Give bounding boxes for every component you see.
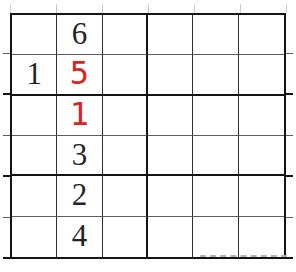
background-gridline-stub — [3, 217, 10, 218]
cell-r1c5[interactable] — [193, 15, 238, 55]
cell-r4c1[interactable] — [12, 136, 57, 176]
background-gridline-stub — [3, 53, 10, 54]
digit: 5 — [70, 57, 89, 89]
background-gridline-stub — [286, 217, 293, 218]
cell-r3c5[interactable] — [193, 96, 238, 136]
digit: 3 — [72, 139, 88, 170]
cell-r3c3[interactable] — [103, 96, 148, 136]
cell-r2c4[interactable] — [148, 55, 193, 95]
sudoku-screenshot: 6151324 — [0, 0, 296, 272]
background-gridline-tick — [10, 4, 11, 13]
cell-r5c4[interactable] — [148, 176, 193, 216]
sudoku-board: 6151324 — [10, 13, 286, 259]
cell-r6c3[interactable] — [103, 217, 148, 257]
cell-r4c3[interactable] — [103, 136, 148, 176]
digit: 4 — [72, 220, 88, 251]
cell-r3c1[interactable] — [12, 96, 57, 136]
cell-r1c2[interactable]: 6 — [57, 15, 102, 55]
cell-r2c3[interactable] — [103, 55, 148, 95]
cell-r5c3[interactable] — [103, 176, 148, 216]
cell-r1c6[interactable] — [239, 15, 284, 55]
background-gridline-stub — [286, 53, 293, 54]
cell-r6c6[interactable] — [239, 217, 284, 257]
cell-r6c5[interactable] — [193, 217, 238, 257]
background-gridline-stub — [3, 175, 10, 178]
digit: 1 — [26, 58, 42, 89]
cell-r4c6[interactable] — [239, 136, 284, 176]
cell-r1c3[interactable] — [103, 15, 148, 55]
background-gridline-stub — [286, 93, 293, 96]
cell-r2c6[interactable] — [239, 55, 284, 95]
cell-r3c4[interactable] — [148, 96, 193, 136]
background-gridline-tick — [56, 4, 57, 13]
digit: 2 — [72, 179, 88, 210]
background-gridline-tick — [240, 4, 241, 13]
digit: 1 — [70, 98, 89, 130]
cell-r5c1[interactable] — [12, 176, 57, 216]
cell-r3c6[interactable] — [239, 96, 284, 136]
background-gridline-tick — [148, 4, 149, 13]
background-gridline-stub — [3, 93, 10, 96]
background-gridline-tick — [286, 4, 287, 13]
cell-r2c1[interactable]: 1 — [12, 55, 57, 95]
cell-r5c6[interactable] — [239, 176, 284, 216]
background-gridline-stub — [3, 257, 10, 260]
cell-r1c4[interactable] — [148, 15, 193, 55]
cell-r2c2[interactable]: 5 — [57, 55, 102, 95]
background-gridline-stub — [286, 257, 293, 260]
cell-r4c2[interactable]: 3 — [57, 136, 102, 176]
background-gridline-stub — [286, 175, 293, 178]
cell-r2c5[interactable] — [193, 55, 238, 95]
cell-r3c2[interactable]: 1 — [57, 96, 102, 136]
cell-r5c5[interactable] — [193, 176, 238, 216]
dotted-line-artifact — [200, 255, 287, 257]
cell-r4c5[interactable] — [193, 136, 238, 176]
cell-r6c2[interactable]: 4 — [57, 217, 102, 257]
cell-r5c2[interactable]: 2 — [57, 176, 102, 216]
background-gridline-stub — [3, 135, 10, 136]
background-gridline-stub — [286, 135, 293, 136]
cell-r6c1[interactable] — [12, 217, 57, 257]
cell-r1c1[interactable] — [12, 15, 57, 55]
background-gridline-tick — [102, 4, 103, 13]
cell-r6c4[interactable] — [148, 217, 193, 257]
cell-r4c4[interactable] — [148, 136, 193, 176]
background-gridline-tick — [194, 4, 195, 13]
digit: 6 — [72, 18, 88, 49]
